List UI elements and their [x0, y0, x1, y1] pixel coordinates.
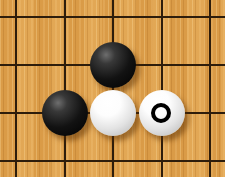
white-stone	[139, 90, 185, 136]
grid-line-horizontal	[0, 16, 225, 18]
grid-line-vertical	[15, 0, 17, 177]
grid-line-vertical	[64, 0, 66, 177]
grid-line-vertical	[112, 0, 114, 177]
grid-line-vertical	[161, 0, 163, 177]
grid-line-vertical	[209, 0, 211, 177]
black-stone	[42, 90, 88, 136]
grid-line-horizontal	[0, 160, 225, 162]
circle-marker-icon	[151, 103, 171, 123]
white-stone	[90, 90, 136, 136]
board[interactable]	[0, 0, 225, 177]
black-stone	[90, 42, 136, 88]
